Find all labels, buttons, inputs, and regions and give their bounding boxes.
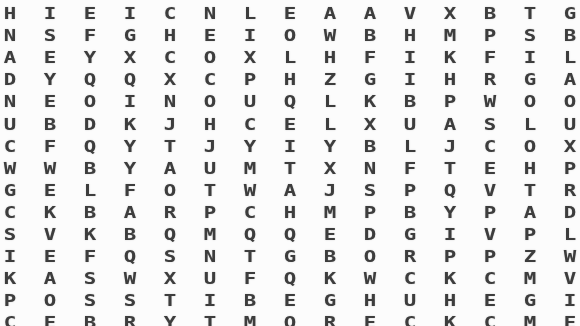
grid-cell-r14c15[interactable]: I (542, 290, 580, 312)
grid-cell-r10c15[interactable]: D (542, 202, 580, 224)
word-search-screen: HIEICNLEAAVXBTGNSFGHEIOWBHMPSBAEYXCOXLHF… (0, 0, 580, 326)
grid-cell-r4c15[interactable]: A (542, 69, 580, 91)
grid-cell-r3c15[interactable]: L (542, 47, 580, 69)
grid-cell-r9c15[interactable]: R (542, 180, 580, 202)
grid-cell-r12c15[interactable]: W (542, 246, 580, 268)
grid-cell-r15c15[interactable]: E (542, 312, 580, 326)
grid-cell-r1c15[interactable]: G (542, 3, 580, 25)
grid-cell-r6c15[interactable]: U (542, 113, 580, 135)
grid-cell-r7c15[interactable]: X (542, 136, 580, 158)
grid-cell-r13c15[interactable]: V (542, 268, 580, 290)
word-search-grid: HIEICNLEAAVXBTGNSFGHEIOWBHMPSBAEYXCOXLHF… (0, 3, 580, 326)
grid-cell-r11c15[interactable]: L (542, 224, 580, 246)
grid-cell-r5c15[interactable]: O (542, 91, 580, 113)
grid-cell-r8c15[interactable]: P (542, 158, 580, 180)
grid-cell-r2c15[interactable]: B (542, 25, 580, 47)
